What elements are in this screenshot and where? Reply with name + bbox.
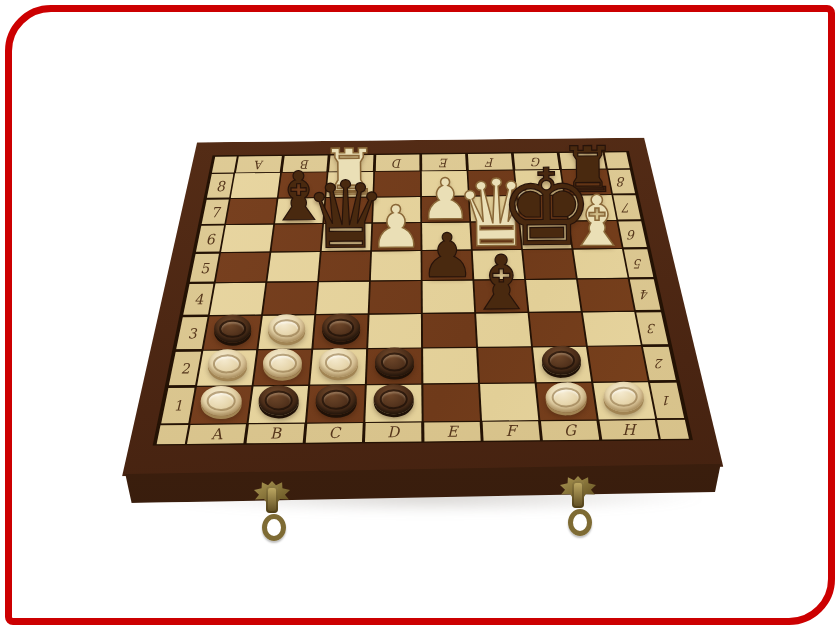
box-front-hardware [0,0,840,630]
clasp-tongue [572,481,584,508]
brass-clasp-right [556,476,600,536]
brass-clasp-left [250,481,294,541]
clasp-tongue [266,486,278,513]
clasp-ring [568,509,592,536]
clasp-ring [262,514,286,541]
chess-set-product-photo: AABBCCDDEEFFGGHH1122334455667788♜♜♝♟♛♟♛♚… [0,0,840,630]
